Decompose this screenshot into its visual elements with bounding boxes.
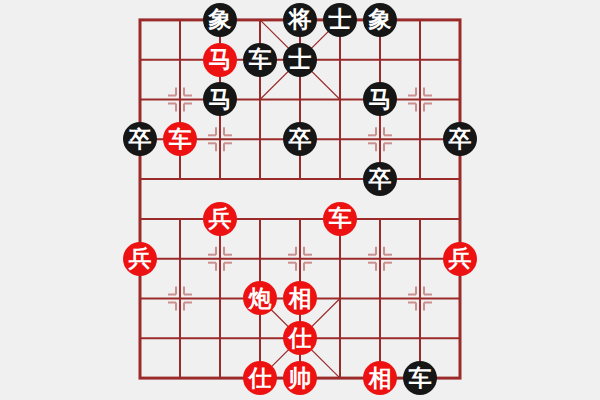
intersection[interactable] xyxy=(320,159,360,199)
black-chariot[interactable]: 车 xyxy=(243,43,277,77)
intersection[interactable]: 马 xyxy=(200,40,240,80)
black-horse[interactable]: 马 xyxy=(363,82,397,116)
black-elephant[interactable]: 象 xyxy=(363,3,397,37)
red-elephant[interactable]: 相 xyxy=(283,281,317,315)
intersection[interactable] xyxy=(400,159,440,199)
intersection[interactable] xyxy=(440,279,480,319)
intersection[interactable] xyxy=(440,318,480,358)
black-chariot[interactable]: 车 xyxy=(403,361,437,395)
intersection[interactable] xyxy=(240,0,280,40)
intersection[interactable] xyxy=(120,358,160,398)
intersection[interactable]: 马 xyxy=(360,80,400,120)
intersection[interactable]: 卒 xyxy=(120,119,160,159)
black-horse[interactable]: 马 xyxy=(203,82,237,116)
intersection[interactable] xyxy=(400,239,440,279)
red-soldier[interactable]: 兵 xyxy=(443,242,477,276)
intersection[interactable] xyxy=(440,40,480,80)
black-soldier[interactable]: 卒 xyxy=(283,122,317,156)
intersection[interactable] xyxy=(320,279,360,319)
red-general[interactable]: 帅 xyxy=(283,361,317,395)
intersection[interactable] xyxy=(240,239,280,279)
intersection[interactable] xyxy=(200,119,240,159)
intersection[interactable] xyxy=(160,318,200,358)
intersection[interactable] xyxy=(200,358,240,398)
intersection[interactable] xyxy=(360,318,400,358)
intersection[interactable]: 车 xyxy=(160,119,200,159)
intersection[interactable] xyxy=(200,318,240,358)
intersection[interactable] xyxy=(120,40,160,80)
intersection[interactable]: 炮 xyxy=(240,279,280,319)
intersection[interactable]: 帅 xyxy=(280,358,320,398)
intersection[interactable] xyxy=(240,318,280,358)
intersection[interactable]: 象 xyxy=(360,0,400,40)
black-general[interactable]: 将 xyxy=(283,3,317,37)
intersection[interactable] xyxy=(440,80,480,120)
intersection[interactable] xyxy=(160,199,200,239)
intersection[interactable]: 车 xyxy=(400,358,440,398)
intersection[interactable] xyxy=(320,80,360,120)
intersection[interactable] xyxy=(160,0,200,40)
red-horse[interactable]: 马 xyxy=(203,43,237,77)
intersection[interactable] xyxy=(240,199,280,239)
intersection[interactable]: 将 xyxy=(280,0,320,40)
intersection[interactable] xyxy=(200,239,240,279)
intersection[interactable]: 士 xyxy=(320,0,360,40)
intersection[interactable] xyxy=(400,40,440,80)
intersection[interactable] xyxy=(280,80,320,120)
intersection[interactable] xyxy=(320,119,360,159)
intersection[interactable] xyxy=(400,279,440,319)
black-advisor[interactable]: 士 xyxy=(283,43,317,77)
xiangqi-app: 象将士象马车士马马卒车卒卒卒兵车兵兵炮相仕仕帅相车 xyxy=(0,0,600,400)
intersection[interactable] xyxy=(440,199,480,239)
intersection[interactable] xyxy=(160,358,200,398)
intersection[interactable]: 兵 xyxy=(200,199,240,239)
intersection[interactable] xyxy=(160,80,200,120)
intersection[interactable]: 相 xyxy=(280,279,320,319)
intersection[interactable] xyxy=(280,239,320,279)
intersection[interactable] xyxy=(400,0,440,40)
intersection[interactable]: 士 xyxy=(280,40,320,80)
intersection[interactable] xyxy=(360,199,400,239)
intersection[interactable] xyxy=(200,159,240,199)
xiangqi-board: 象将士象马车士马马卒车卒卒卒兵车兵兵炮相仕仕帅相车 xyxy=(120,0,480,398)
intersection[interactable]: 相 xyxy=(360,358,400,398)
intersection[interactable] xyxy=(280,159,320,199)
intersection[interactable] xyxy=(240,80,280,120)
intersection[interactable] xyxy=(160,40,200,80)
intersection[interactable]: 车 xyxy=(320,199,360,239)
red-elephant[interactable]: 相 xyxy=(363,361,397,395)
red-advisor[interactable]: 仕 xyxy=(283,321,317,355)
intersection[interactable] xyxy=(440,159,480,199)
intersection[interactable] xyxy=(400,119,440,159)
intersection[interactable] xyxy=(400,318,440,358)
black-soldier[interactable]: 卒 xyxy=(443,122,477,156)
black-soldier[interactable]: 卒 xyxy=(123,122,157,156)
intersection[interactable]: 兵 xyxy=(440,239,480,279)
red-soldier[interactable]: 兵 xyxy=(123,242,157,276)
intersection[interactable] xyxy=(240,159,280,199)
intersection[interactable] xyxy=(320,40,360,80)
intersection[interactable] xyxy=(360,40,400,80)
intersection[interactable] xyxy=(360,279,400,319)
intersection[interactable] xyxy=(440,0,480,40)
red-soldier[interactable]: 兵 xyxy=(203,202,237,236)
intersection[interactable] xyxy=(120,279,160,319)
red-chariot[interactable]: 车 xyxy=(323,202,357,236)
intersection[interactable] xyxy=(360,119,400,159)
intersection[interactable] xyxy=(240,119,280,159)
intersection[interactable] xyxy=(120,318,160,358)
red-cannon[interactable]: 炮 xyxy=(243,281,277,315)
intersection[interactable] xyxy=(320,358,360,398)
board-intersections: 象将士象马车士马马卒车卒卒卒兵车兵兵炮相仕仕帅相车 xyxy=(120,0,480,398)
intersection[interactable] xyxy=(360,239,400,279)
intersection[interactable] xyxy=(160,159,200,199)
red-advisor[interactable]: 仕 xyxy=(243,361,277,395)
intersection[interactable]: 兵 xyxy=(120,239,160,279)
intersection[interactable] xyxy=(320,318,360,358)
intersection[interactable]: 象 xyxy=(200,0,240,40)
black-soldier[interactable]: 卒 xyxy=(363,162,397,196)
red-chariot[interactable]: 车 xyxy=(163,122,197,156)
intersection[interactable] xyxy=(200,279,240,319)
intersection[interactable]: 卒 xyxy=(280,119,320,159)
black-advisor[interactable]: 士 xyxy=(323,3,357,37)
intersection[interactable] xyxy=(400,199,440,239)
intersection[interactable] xyxy=(120,199,160,239)
intersection[interactable] xyxy=(440,358,480,398)
intersection[interactable]: 卒 xyxy=(360,159,400,199)
intersection[interactable] xyxy=(280,199,320,239)
intersection[interactable] xyxy=(400,80,440,120)
intersection[interactable] xyxy=(160,279,200,319)
intersection[interactable]: 卒 xyxy=(440,119,480,159)
intersection[interactable] xyxy=(120,159,160,199)
intersection[interactable] xyxy=(120,0,160,40)
intersection[interactable] xyxy=(160,239,200,279)
intersection[interactable]: 车 xyxy=(240,40,280,80)
intersection[interactable]: 仕 xyxy=(240,358,280,398)
intersection[interactable]: 仕 xyxy=(280,318,320,358)
black-elephant[interactable]: 象 xyxy=(203,3,237,37)
intersection[interactable] xyxy=(120,80,160,120)
intersection[interactable] xyxy=(320,239,360,279)
intersection[interactable]: 马 xyxy=(200,80,240,120)
